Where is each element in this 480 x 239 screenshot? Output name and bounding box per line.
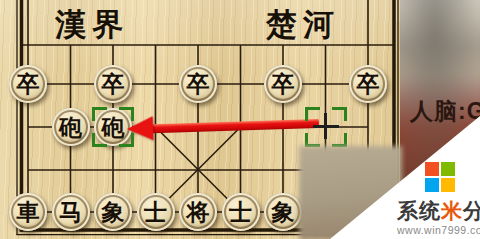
piece-马[interactable]: 马 — [52, 193, 90, 231]
watermark-url: www.win7999.com — [397, 224, 480, 236]
piece-卒[interactable]: 卒 — [349, 65, 387, 103]
bracket-corner — [119, 133, 134, 147]
piece-士[interactable]: 士 — [222, 193, 260, 231]
piece-将[interactable]: 将 — [179, 193, 217, 231]
move-arrow — [127, 123, 318, 129]
bracket-corner — [332, 133, 347, 147]
logo-square-yellow — [441, 178, 455, 192]
bracket-corner — [305, 133, 320, 147]
logo-square-red — [425, 162, 439, 176]
piece-士[interactable]: 士 — [137, 193, 175, 231]
win7999-logo-icon — [425, 162, 455, 192]
piece-卒[interactable]: 卒 — [264, 65, 302, 103]
piece-卒[interactable]: 卒 — [179, 65, 217, 103]
watermark-site-name: 系统米分 — [397, 197, 480, 225]
river-label-chu-he: 楚河 — [266, 4, 340, 46]
crosshair-cursor-icon — [324, 113, 327, 139]
piece-卒[interactable]: 卒 — [94, 65, 132, 103]
xiangqi-app: 漢界 楚河 卒卒卒卒卒砲砲車马象士将士象 人脑:G 系统米分 www.win79… — [0, 0, 480, 239]
logo-square-green — [441, 162, 455, 176]
bracket-corner — [92, 107, 107, 121]
piece-車[interactable]: 車 — [9, 193, 47, 231]
piece-象[interactable]: 象 — [94, 193, 132, 231]
site-name-accent: 米 — [441, 199, 463, 222]
piece-砲[interactable]: 砲 — [52, 108, 90, 146]
site-name-prefix: 系统 — [397, 199, 441, 222]
bracket-corner — [119, 107, 134, 121]
site-name-suffix: 分 — [463, 199, 480, 222]
piece-卒[interactable]: 卒 — [9, 65, 47, 103]
selected-piece-bracket — [92, 107, 134, 147]
river-label-han-jie: 漢界 — [55, 4, 129, 46]
piece-象[interactable]: 象 — [264, 193, 302, 231]
bracket-corner — [92, 133, 107, 147]
bracket-corner — [305, 107, 320, 121]
player-label: 人脑:G — [410, 96, 480, 127]
bracket-corner — [332, 107, 347, 121]
logo-square-blue — [425, 178, 439, 192]
